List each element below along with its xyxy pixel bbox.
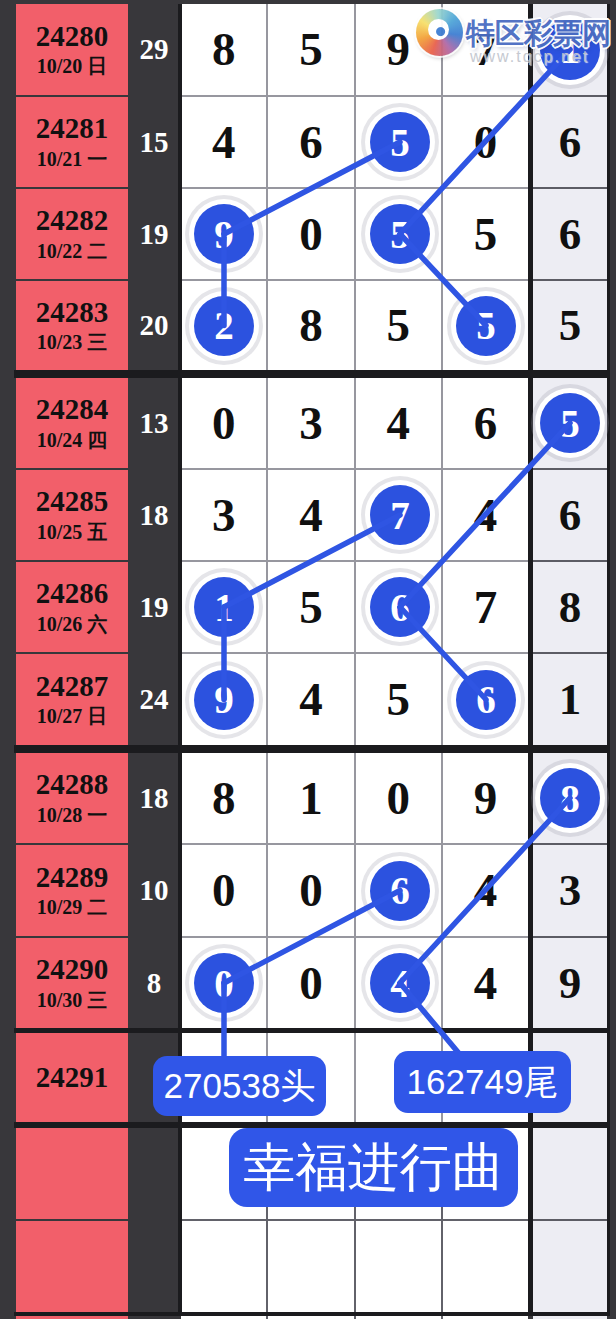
digit: 3 (299, 400, 323, 447)
digit: 3 (212, 492, 236, 539)
digit: 5 (559, 303, 582, 348)
circled-digit: 0 (194, 953, 254, 1013)
digit: 8 (559, 585, 582, 630)
sum-value: 29 (128, 4, 180, 95)
right-digit-cell: 1 (533, 654, 607, 745)
circled-digit-value: 6 (390, 871, 410, 910)
grid-vertical-border (607, 4, 610, 1316)
digit: 9 (386, 26, 410, 73)
issue-cell: 2428510/25 五 (16, 470, 128, 560)
site-logo[interactable]: 特区彩票网 www.tqcp.net (414, 8, 614, 66)
digit: 9 (474, 775, 498, 822)
digit-cell: 0 (181, 378, 266, 468)
digit-cell: 9 (443, 753, 528, 843)
digit: 5 (386, 676, 410, 723)
circled-digit: 5 (540, 393, 600, 453)
circled-digit-value: 5 (390, 215, 410, 254)
grid-vertical-border (528, 4, 533, 1316)
digit-cell: 0 (268, 189, 353, 279)
issue-date: 10/28 一 (37, 803, 108, 827)
issue-date: 10/22 二 (37, 239, 108, 263)
digit-cell: 4 (356, 378, 441, 468)
digit-cell: 5 (356, 281, 441, 370)
circled-digit: 6 (370, 861, 430, 921)
digit: 4 (474, 960, 498, 1007)
block-separator (14, 370, 609, 378)
digit: 0 (299, 960, 323, 1007)
digit: 5 (386, 302, 410, 349)
digit: 6 (559, 212, 582, 257)
circled-digit: 8 (540, 768, 600, 828)
digit: 4 (474, 867, 498, 914)
digit-cell: 1 (268, 753, 353, 843)
digit: 4 (474, 492, 498, 539)
digit-cell: 0 (356, 753, 441, 843)
sum-value: 24 (128, 654, 180, 745)
digit: 0 (212, 867, 236, 914)
circled-digit: 7 (370, 485, 430, 545)
digit: 5 (474, 211, 498, 258)
grid-row: 344 (181, 470, 528, 560)
right-digit-cell: 6 (533, 470, 607, 560)
digit: 6 (559, 120, 582, 165)
issue-date: 10/25 五 (37, 520, 108, 544)
digit: 1 (559, 677, 582, 722)
grid-row: 460 (181, 97, 528, 187)
issue-cell: 2428610/26 六 (16, 562, 128, 652)
title-badge: 幸福进行曲 (229, 1128, 518, 1207)
digit-cell: 4 (443, 845, 528, 936)
circled-digit: 1 (194, 577, 254, 637)
circled-digit: 5 (370, 204, 430, 264)
circled-digit-value: 0 (214, 964, 234, 1003)
digit-cell: 5 (356, 654, 441, 745)
digit-cell: 4 (443, 938, 528, 1028)
digit: 5 (299, 584, 323, 631)
digit-cell: 4 (268, 654, 353, 745)
swirl-logo-icon (416, 9, 463, 56)
circled-digit: 2 (194, 296, 254, 356)
issue-number: 24289 (36, 862, 109, 892)
issue-cell: 2428310/23 三 (16, 281, 128, 370)
digit-cell: 4 (443, 470, 528, 560)
issue-cell: 2428410/24 四 (16, 378, 128, 468)
digit: 8 (212, 775, 236, 822)
issue-date: 10/23 三 (37, 330, 108, 354)
sum-value: 19 (128, 562, 180, 652)
issue-number: 24282 (36, 205, 109, 235)
issue-number: 24290 (36, 954, 109, 984)
issue-date: 10/29 二 (37, 895, 108, 919)
grid-row: 0346 (181, 378, 528, 468)
digit-cell: 4 (181, 97, 266, 187)
issue-number: 24287 (36, 671, 109, 701)
digit: 0 (474, 119, 498, 166)
digit-cell: 5 (268, 4, 353, 95)
sum-value: 18 (128, 753, 180, 843)
digit-cell: 0 (443, 97, 528, 187)
circled-digit: 9 (194, 204, 254, 264)
digit-cell: 3 (268, 378, 353, 468)
issue-cell: 2428210/22 二 (16, 189, 128, 279)
digit-cell (443, 1221, 528, 1312)
digit: 0 (299, 211, 323, 258)
issue-cell: 2428110/21 一 (16, 97, 128, 187)
digit-cell: 7 (443, 562, 528, 652)
digit-cell: 6 (443, 378, 528, 468)
circled-digit-value: 5 (476, 306, 496, 345)
issue-number: 24284 (36, 394, 109, 424)
issue-cell (16, 1128, 128, 1219)
digit: 5 (299, 26, 323, 73)
block-separator (14, 1028, 609, 1033)
digit: 9 (559, 961, 582, 1006)
digit: 4 (299, 492, 323, 539)
lottery-trend-chart: 2428010/20 日2985972428110/21 一1546062428… (0, 0, 616, 1319)
digit: 4 (299, 676, 323, 723)
digit: 6 (474, 400, 498, 447)
circled-digit-value: 5 (560, 404, 580, 443)
digit-cell: 5 (268, 562, 353, 652)
digit: 3 (559, 868, 582, 913)
issue-date: 10/26 六 (37, 612, 108, 636)
digit-cell (356, 1221, 441, 1312)
issue-cell (16, 1221, 128, 1312)
circled-digit-value: 1 (214, 588, 234, 627)
circled-digit: 5 (456, 296, 516, 356)
digit: 1 (299, 775, 323, 822)
circled-digit: 6 (370, 577, 430, 637)
circled-digit: 9 (194, 670, 254, 730)
digit: 6 (299, 119, 323, 166)
circled-digit-value: 9 (214, 215, 234, 254)
right-digit-cell: 8 (533, 562, 607, 652)
digit: 4 (386, 400, 410, 447)
digit-cell: 4 (268, 470, 353, 560)
digit: 7 (474, 584, 498, 631)
digit: 8 (299, 302, 323, 349)
digit-cell: 3 (181, 470, 266, 560)
right-digit-cell: 3 (533, 845, 607, 936)
issue-date: 10/27 日 (37, 704, 108, 728)
sum-value: 19 (128, 189, 180, 279)
issue-number: 24285 (36, 486, 109, 516)
sum-value: 20 (128, 281, 180, 370)
issue-cell: 24291 (16, 1033, 128, 1122)
issue-number: 24281 (36, 113, 109, 143)
sum-value: 18 (128, 470, 180, 560)
head-number-badge: 270538头 (153, 1056, 326, 1116)
block-separator (14, 1312, 609, 1316)
digit-cell: 8 (181, 753, 266, 843)
issue-cell: 2428010/20 日 (16, 4, 128, 95)
digit: 0 (299, 867, 323, 914)
digit-cell (268, 1221, 353, 1312)
digit: 8 (212, 26, 236, 73)
circled-digit-value: 2 (214, 306, 234, 345)
issue-date: 10/24 四 (37, 428, 108, 452)
digit-cell: 0 (181, 845, 266, 936)
circled-digit-value: 6 (476, 680, 496, 719)
digit-cell: 8 (268, 281, 353, 370)
sum-value: 8 (128, 938, 180, 1028)
issue-cell: 2428810/28 一 (16, 753, 128, 843)
digit-cell: 0 (268, 938, 353, 1028)
digit: 0 (212, 400, 236, 447)
block-separator (14, 745, 609, 753)
issue-cell: 2429010/30 三 (16, 938, 128, 1028)
issue-date: 10/21 一 (37, 147, 108, 171)
grid-row: 004 (181, 845, 528, 936)
right-digit-cell: 6 (533, 97, 607, 187)
right-digit-cell: 5 (533, 281, 607, 370)
digit: 6 (559, 493, 582, 538)
digit-cell: 6 (268, 97, 353, 187)
circled-digit: 6 (456, 670, 516, 730)
circled-digit-value: 9 (214, 680, 234, 719)
digit-cell (181, 1221, 266, 1312)
issue-number: 24288 (36, 769, 109, 799)
circled-digit-value: 5 (390, 123, 410, 162)
grid-vertical-border (178, 4, 182, 1316)
digit-cell: 0 (268, 845, 353, 936)
digit-cell: 8 (181, 4, 266, 95)
issue-date: 10/20 日 (37, 54, 108, 78)
sum-value: 13 (128, 378, 180, 468)
circled-digit-value: 4 (390, 964, 410, 1003)
circled-digit: 5 (370, 112, 430, 172)
issue-number: 24280 (36, 21, 109, 51)
circled-digit-value: 7 (390, 496, 410, 535)
issue-cell: 2428910/29 二 (16, 845, 128, 936)
issue-number: 24286 (36, 578, 109, 608)
right-digit-cell: 9 (533, 938, 607, 1028)
sum-value: 15 (128, 97, 180, 187)
grid-row (181, 1221, 528, 1312)
issue-date: 10/30 三 (37, 988, 108, 1012)
right-digit-cell (533, 1221, 607, 1312)
digit-cell: 5 (443, 189, 528, 279)
sum-value: 10 (128, 845, 180, 936)
digit: 0 (386, 775, 410, 822)
site-url: www.tqcp.net (470, 48, 589, 66)
issue-cell: 2428710/27 日 (16, 654, 128, 745)
grid-row: 8109 (181, 753, 528, 843)
right-digit-cell: 6 (533, 189, 607, 279)
digit: 4 (212, 119, 236, 166)
circled-digit-value: 8 (560, 779, 580, 818)
issue-number: 24283 (36, 297, 109, 327)
right-digit-cell (533, 1128, 607, 1219)
circled-digit-value: 6 (390, 588, 410, 627)
tail-number-badge: 162749尾 (394, 1051, 571, 1113)
circled-digit: 4 (370, 953, 430, 1013)
issue-number: 24291 (36, 1062, 109, 1092)
